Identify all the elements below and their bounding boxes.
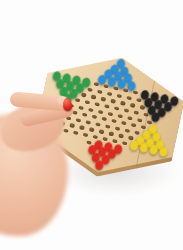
hole-icon bbox=[110, 99, 115, 103]
hole-icon bbox=[120, 101, 125, 105]
hole-icon bbox=[88, 107, 93, 111]
hole-icon bbox=[105, 124, 110, 128]
hole-icon bbox=[87, 87, 92, 91]
hole-icon bbox=[98, 109, 103, 113]
hole-icon bbox=[117, 114, 122, 118]
hole-icon bbox=[69, 123, 74, 127]
hole-icon bbox=[83, 133, 88, 137]
hole-icon bbox=[104, 104, 109, 108]
hole-icon bbox=[133, 110, 138, 114]
hole-icon bbox=[91, 95, 96, 99]
hole-icon bbox=[137, 118, 142, 122]
hole-icon bbox=[108, 112, 113, 116]
hole-icon bbox=[79, 125, 84, 129]
hole-icon bbox=[53, 126, 58, 130]
hole-icon bbox=[76, 118, 81, 122]
hole-icon bbox=[118, 134, 123, 138]
hole-icon bbox=[97, 90, 102, 94]
hole-icon bbox=[66, 116, 71, 120]
hole-icon bbox=[103, 84, 108, 88]
hole-icon bbox=[44, 124, 49, 128]
cell-r16c0[interactable]: ● bbox=[94, 160, 105, 168]
hole-icon bbox=[133, 90, 138, 94]
hole-icon bbox=[95, 122, 100, 126]
hole-icon bbox=[130, 103, 135, 107]
hole-icon bbox=[85, 120, 90, 124]
hole-icon bbox=[101, 97, 106, 101]
hole-icon bbox=[113, 86, 118, 90]
hole-icon bbox=[117, 94, 122, 98]
hole-icon bbox=[92, 115, 97, 119]
hole-icon bbox=[131, 123, 136, 127]
hole-icon bbox=[81, 93, 86, 97]
hole-icon bbox=[136, 98, 141, 102]
hole-icon bbox=[78, 105, 83, 109]
chinese-checkers-photo-scene: ●●●●●●●●●●●●●●●●●●●●●●●●●●●●●●●●●●●●●●●●… bbox=[0, 0, 183, 250]
hole-icon bbox=[99, 129, 104, 133]
hole-icon bbox=[125, 128, 130, 132]
hole-icon bbox=[72, 111, 77, 115]
hole-icon bbox=[75, 98, 80, 102]
hole-icon bbox=[140, 105, 145, 109]
hole-icon bbox=[101, 117, 106, 121]
hole-icon bbox=[63, 129, 68, 133]
hole-icon bbox=[109, 132, 114, 136]
hole-icon bbox=[50, 119, 55, 123]
hole-icon bbox=[121, 121, 126, 125]
hole-icon bbox=[85, 100, 90, 104]
hole-icon bbox=[73, 131, 78, 135]
hole-icon bbox=[114, 106, 119, 110]
hole-icon bbox=[56, 114, 61, 118]
hole-icon bbox=[82, 113, 87, 117]
hole-icon bbox=[107, 92, 112, 96]
hole-icon bbox=[127, 116, 132, 120]
hole-icon bbox=[143, 113, 148, 117]
hole-icon bbox=[124, 108, 129, 112]
hole-icon bbox=[94, 102, 99, 106]
hole-icon bbox=[123, 88, 128, 92]
hole-icon bbox=[93, 82, 98, 86]
hole-icon bbox=[126, 96, 131, 100]
hole-icon bbox=[115, 126, 120, 130]
peg-red[interactable]: ● bbox=[94, 156, 105, 169]
hole-icon bbox=[111, 119, 116, 123]
hole-icon bbox=[60, 121, 65, 125]
hole-icon bbox=[89, 127, 94, 131]
